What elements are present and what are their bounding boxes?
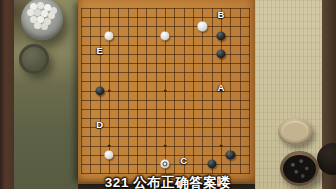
star-point <box>220 144 223 147</box>
point-label-B: B <box>218 9 225 18</box>
stone-white <box>160 159 169 168</box>
white-stones-pile <box>30 3 37 10</box>
stone-black <box>216 31 225 40</box>
stone-black <box>216 49 225 58</box>
point-label-C: C <box>180 156 187 165</box>
star-point <box>164 144 167 147</box>
table-scene: ABCDE 321 公布正确答案喽 <box>0 0 336 189</box>
star-point <box>164 89 167 92</box>
stone-black <box>226 150 235 159</box>
point-label-E: E <box>96 46 102 55</box>
stone-black <box>95 86 104 95</box>
bowl-lid-left <box>19 44 49 74</box>
point-label-A: A <box>218 83 225 92</box>
stone-white <box>160 31 169 40</box>
star-point <box>108 89 111 92</box>
goban-grid: ABCDE <box>81 8 250 174</box>
stone-white <box>104 31 113 40</box>
go-board: ABCDE <box>78 0 255 184</box>
stone-black <box>207 159 216 168</box>
caption-text: 321 公布正确答案喽 <box>0 174 336 189</box>
stone-white <box>104 150 113 159</box>
last-move-marker <box>163 161 168 166</box>
star-point <box>108 144 111 147</box>
point-label-D: D <box>96 119 103 128</box>
bowl-lid-right <box>278 118 312 145</box>
white-stone-bowl <box>21 0 63 40</box>
table-edge-left <box>0 0 14 189</box>
stone-white <box>198 22 207 31</box>
